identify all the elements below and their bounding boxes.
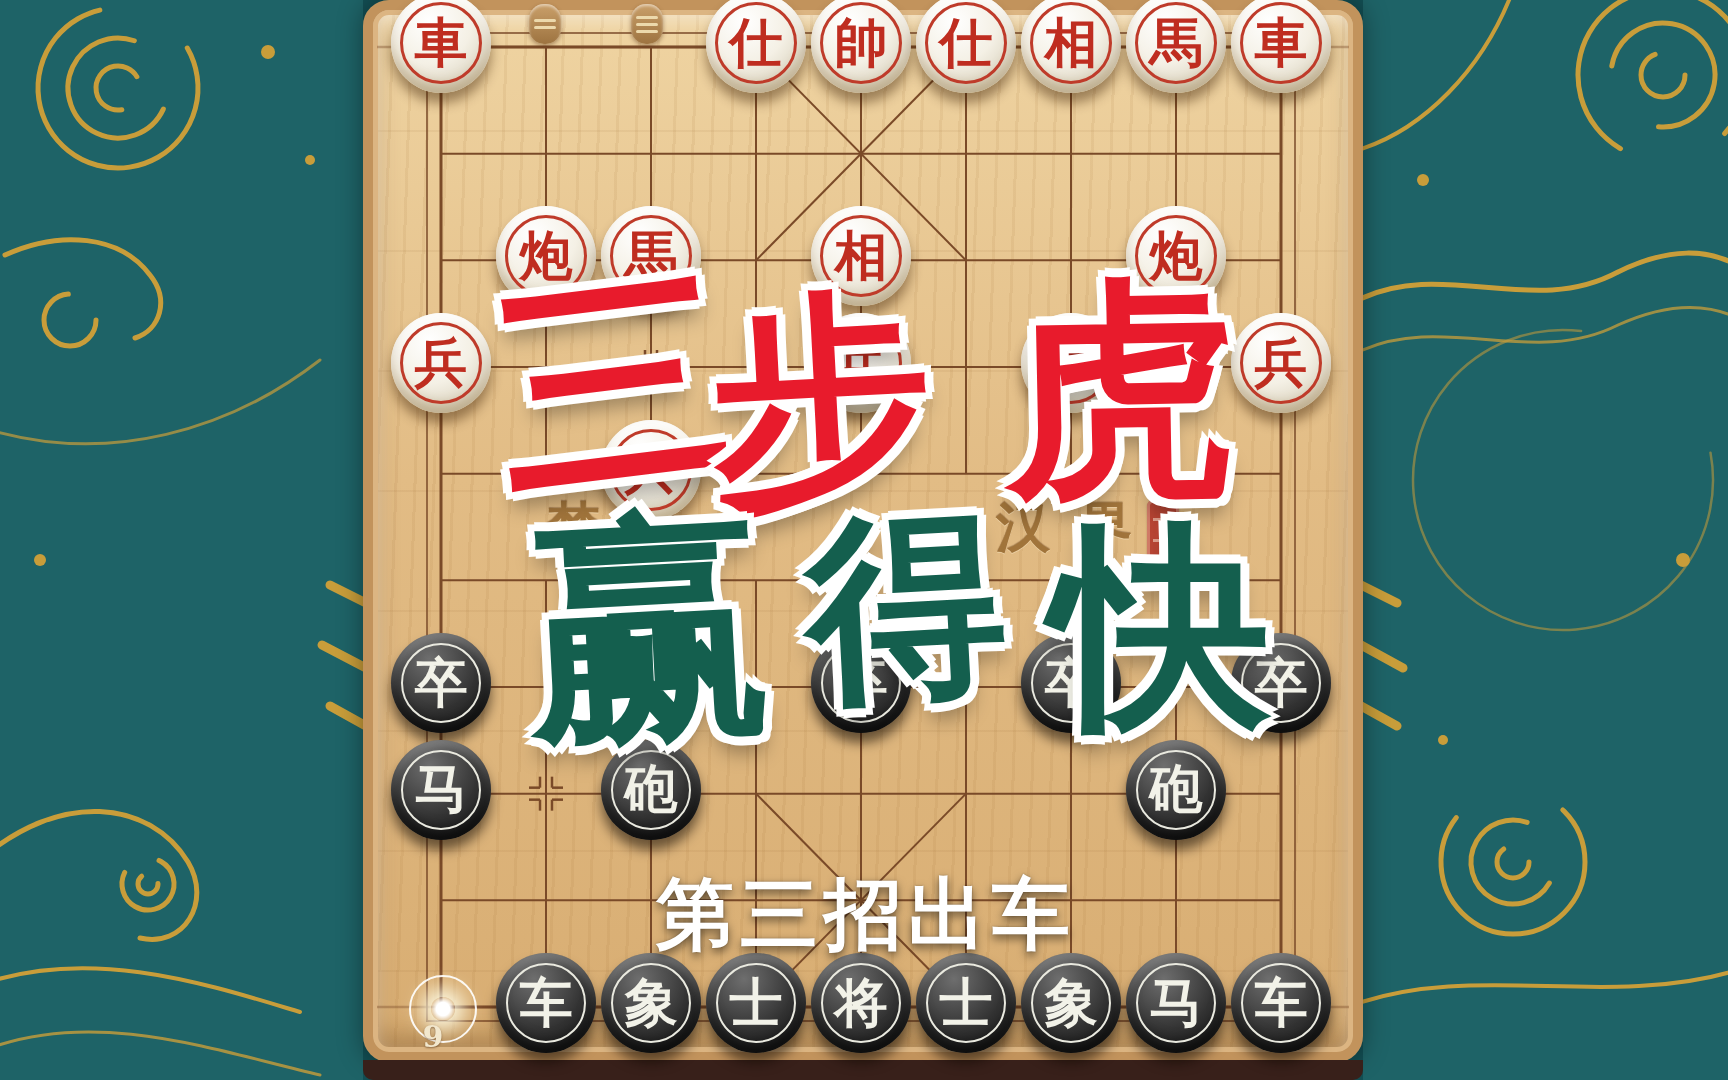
- tray-stack-icon-left[interactable]: [529, 4, 561, 44]
- piece-ring: 帥: [820, 2, 902, 84]
- title-char: 得: [801, 501, 1011, 711]
- piece-glyph: 车: [1255, 976, 1308, 1029]
- piece-red-兵[interactable]: 兵: [1231, 313, 1331, 413]
- piece-glyph: 車: [415, 16, 468, 69]
- piece-glyph: 将: [835, 976, 888, 1029]
- piece-glyph: 仕: [730, 16, 783, 69]
- piece-black-士[interactable]: 士: [916, 953, 1016, 1053]
- gold-wave-art-right: [1363, 0, 1728, 1080]
- piece-ring: 士: [716, 963, 796, 1043]
- piece-glyph: 兵: [1255, 336, 1308, 389]
- piece-glyph: 相: [1045, 16, 1098, 69]
- piece-ring: 仕: [925, 2, 1007, 84]
- piece-black-马[interactable]: 马: [391, 740, 491, 840]
- piece-glyph: 马: [1150, 976, 1203, 1029]
- title-char: 快: [1053, 517, 1271, 735]
- piece-glyph: 车: [520, 976, 573, 1029]
- piece-glyph: 卒: [415, 656, 468, 709]
- gold-wave-art-left: [0, 0, 363, 1080]
- piece-ring: 兵: [1240, 322, 1322, 404]
- piece-glyph: 仕: [940, 16, 993, 69]
- piece-ring: 車: [400, 2, 482, 84]
- piece-black-象[interactable]: 象: [1021, 953, 1121, 1053]
- piece-ring: 卒: [401, 643, 481, 723]
- piece-glyph: 马: [415, 762, 468, 815]
- piece-glyph: 車: [1255, 16, 1308, 69]
- piece-ring: 仕: [715, 2, 797, 84]
- piece-ring: 相: [1030, 2, 1112, 84]
- piece-black-马[interactable]: 马: [1126, 953, 1226, 1053]
- piece-ring: 車: [1240, 2, 1322, 84]
- piece-ring: 兵: [400, 322, 482, 404]
- caption-move-label: 第三招出车: [656, 863, 1076, 968]
- piece-ring: 象: [1031, 963, 1111, 1043]
- corner-coordinate-label: 9: [423, 1019, 444, 1054]
- piece-glyph: 馬: [1150, 16, 1203, 69]
- piece-black-砲[interactable]: 砲: [1126, 740, 1226, 840]
- piece-glyph: 砲: [1150, 762, 1203, 815]
- title-char: 赢: [521, 500, 775, 754]
- piece-glyph: 士: [730, 976, 783, 1029]
- piece-ring: 马: [401, 750, 481, 830]
- tray-stack-icon-right[interactable]: [631, 4, 663, 44]
- piece-ring: 馬: [1135, 2, 1217, 84]
- piece-ring: 车: [1241, 963, 1321, 1043]
- piece-glyph: 帥: [835, 16, 888, 69]
- piece-glyph: 象: [1045, 976, 1098, 1029]
- piece-black-卒[interactable]: 卒: [391, 633, 491, 733]
- piece-ring: 砲: [1136, 750, 1216, 830]
- piece-black-车[interactable]: 车: [496, 953, 596, 1053]
- piece-black-车[interactable]: 车: [1231, 953, 1331, 1053]
- screenshot-root: 楚河 汉界 9 車仕帥仕相馬車炮馬相炮兵兵兵兵兵卒卒卒卒卒马砲砲车象士将士象马车…: [0, 0, 1728, 1080]
- piece-red-兵[interactable]: 兵: [391, 313, 491, 413]
- piece-glyph: 士: [940, 976, 993, 1029]
- piece-black-士[interactable]: 士: [706, 953, 806, 1053]
- piece-black-将[interactable]: 将: [811, 953, 911, 1053]
- title-char: 虎: [1002, 272, 1238, 508]
- piece-ring: 马: [1136, 963, 1216, 1043]
- piece-ring: 车: [506, 963, 586, 1043]
- piece-ring: 士: [926, 963, 1006, 1043]
- piece-glyph: 砲: [625, 762, 678, 815]
- piece-ring: 象: [611, 963, 691, 1043]
- bottom-bar: [363, 1060, 1363, 1080]
- piece-glyph: 兵: [415, 336, 468, 389]
- glow-dot: [431, 997, 455, 1021]
- piece-black-象[interactable]: 象: [601, 953, 701, 1053]
- piece-ring: 将: [821, 963, 901, 1043]
- piece-glyph: 象: [625, 976, 678, 1029]
